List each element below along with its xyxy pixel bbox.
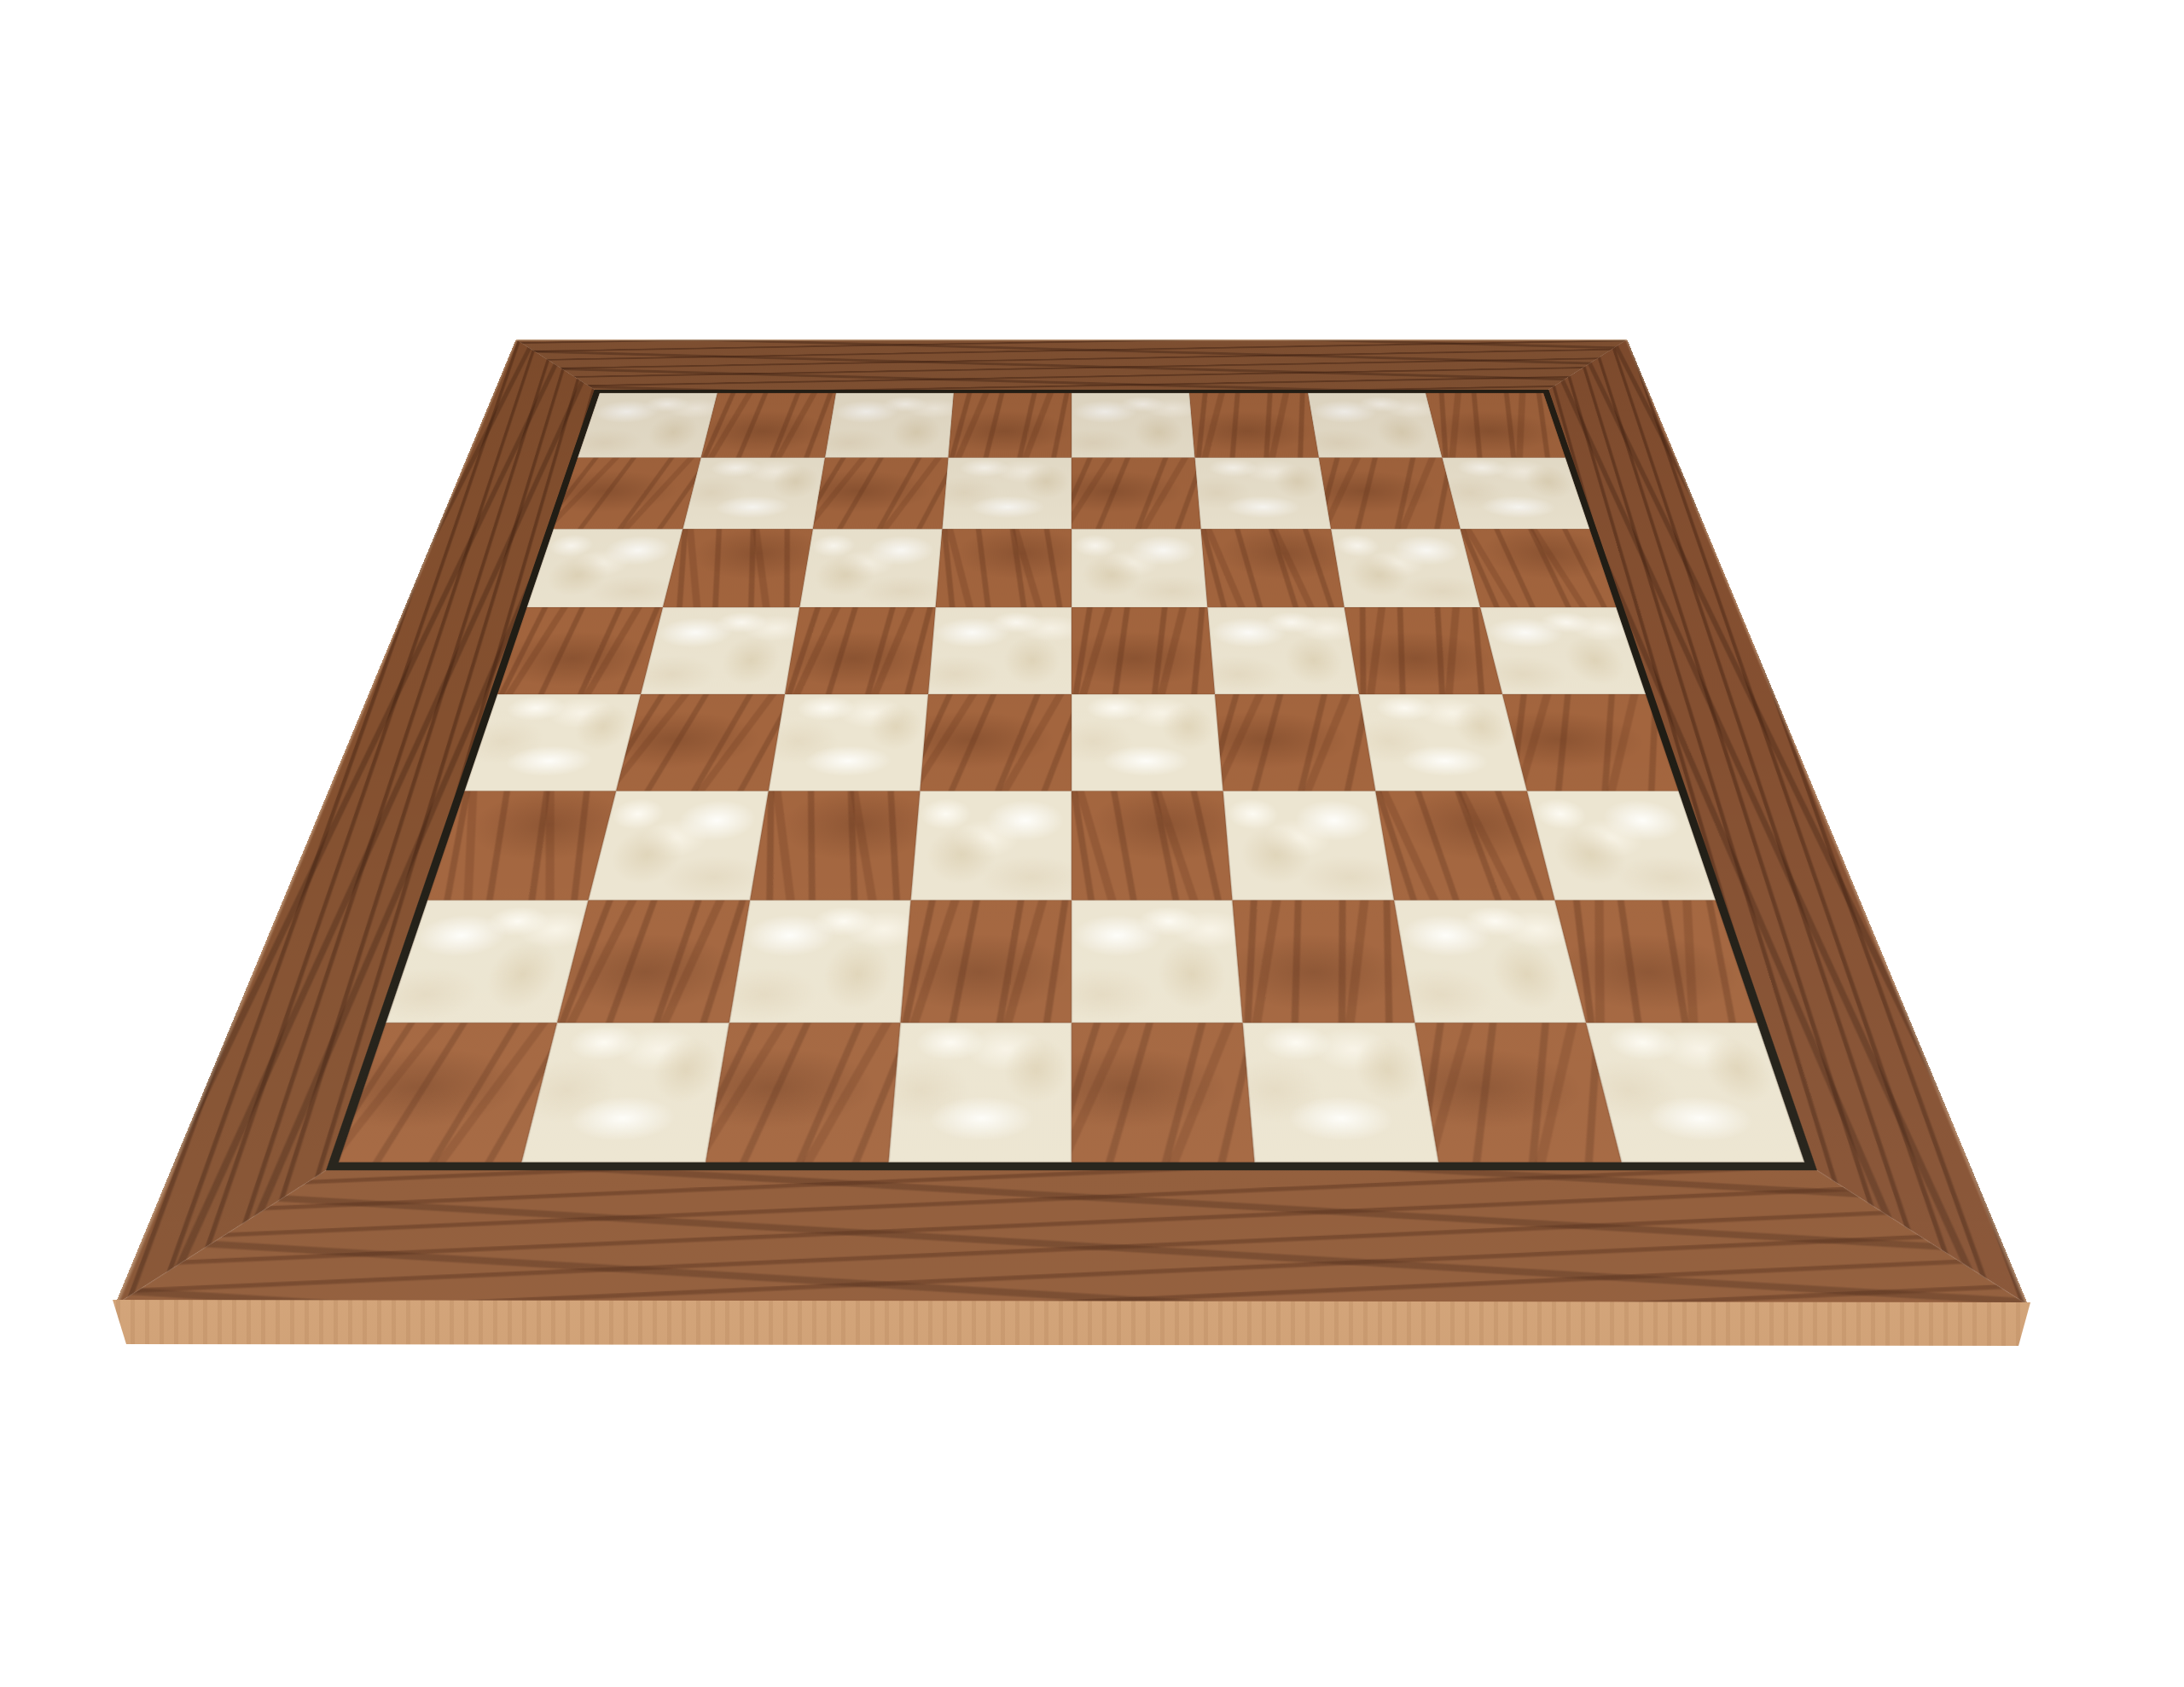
square-h6[interactable] — [1460, 529, 1616, 607]
square-a1[interactable] — [339, 1023, 557, 1162]
square-c6[interactable] — [799, 529, 942, 607]
square-d3[interactable] — [910, 791, 1072, 900]
square-h7[interactable] — [1442, 458, 1589, 529]
square-g2[interactable] — [1393, 900, 1585, 1023]
square-f1[interactable] — [1243, 1023, 1438, 1162]
square-d2[interactable] — [900, 900, 1072, 1023]
square-h4[interactable] — [1502, 694, 1679, 791]
square-a5[interactable] — [497, 607, 663, 694]
square-c4[interactable] — [768, 694, 928, 791]
square-e1[interactable] — [1072, 1023, 1255, 1162]
square-e7[interactable] — [1072, 458, 1201, 529]
square-d7[interactable] — [942, 458, 1072, 529]
square-c1[interactable] — [705, 1023, 900, 1162]
square-a6[interactable] — [527, 529, 683, 607]
square-b7[interactable] — [683, 458, 825, 529]
square-d8[interactable] — [948, 393, 1072, 458]
square-d1[interactable] — [888, 1023, 1072, 1162]
square-g7[interactable] — [1318, 458, 1460, 529]
square-a4[interactable] — [464, 694, 641, 791]
square-e4[interactable] — [1072, 694, 1223, 791]
square-f7[interactable] — [1195, 458, 1331, 529]
square-e8[interactable] — [1072, 393, 1195, 458]
square-f2[interactable] — [1233, 900, 1414, 1023]
square-f6[interactable] — [1201, 529, 1344, 607]
square-c8[interactable] — [825, 393, 954, 458]
square-c3[interactable] — [750, 791, 920, 900]
square-b2[interactable] — [557, 900, 749, 1023]
square-h3[interactable] — [1527, 791, 1716, 900]
square-a2[interactable] — [386, 900, 589, 1023]
square-g8[interactable] — [1308, 393, 1443, 458]
square-c5[interactable] — [785, 607, 936, 694]
square-d5[interactable] — [928, 607, 1072, 694]
square-d6[interactable] — [935, 529, 1072, 607]
square-b1[interactable] — [522, 1023, 729, 1162]
square-b8[interactable] — [701, 393, 836, 458]
square-b4[interactable] — [616, 694, 784, 791]
square-c2[interactable] — [729, 900, 910, 1023]
square-d4[interactable] — [920, 694, 1072, 791]
square-f5[interactable] — [1208, 607, 1359, 694]
square-a8[interactable] — [578, 393, 717, 458]
square-a3[interactable] — [427, 791, 616, 900]
square-e5[interactable] — [1072, 607, 1215, 694]
square-b3[interactable] — [589, 791, 768, 900]
square-e3[interactable] — [1072, 791, 1233, 900]
square-a7[interactable] — [554, 458, 701, 529]
square-g6[interactable] — [1331, 529, 1480, 607]
square-c7[interactable] — [812, 458, 948, 529]
square-g4[interactable] — [1359, 694, 1527, 791]
square-b5[interactable] — [641, 607, 799, 694]
chess-board — [115, 339, 2029, 1305]
square-e2[interactable] — [1072, 900, 1243, 1023]
square-h1[interactable] — [1586, 1023, 1804, 1162]
square-h2[interactable] — [1554, 900, 1757, 1023]
frame-edge-highlight-top — [515, 339, 1628, 341]
square-h8[interactable] — [1426, 393, 1565, 458]
square-h5[interactable] — [1480, 607, 1646, 694]
square-f8[interactable] — [1189, 393, 1318, 458]
square-g5[interactable] — [1344, 607, 1502, 694]
square-f4[interactable] — [1215, 694, 1375, 791]
square-b6[interactable] — [663, 529, 812, 607]
square-e6[interactable] — [1072, 529, 1208, 607]
product-photo-canvas — [0, 0, 2184, 1687]
square-g3[interactable] — [1375, 791, 1554, 900]
square-f3[interactable] — [1223, 791, 1393, 900]
